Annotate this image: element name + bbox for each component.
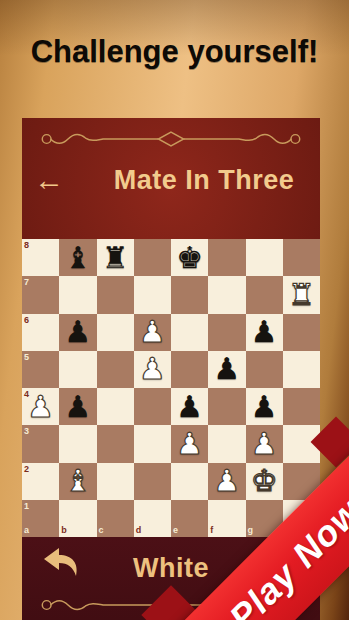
square-f8[interactable] (208, 239, 245, 276)
square-c5[interactable] (97, 351, 134, 388)
square-d2[interactable] (134, 463, 171, 500)
square-a7[interactable]: 7 (22, 276, 59, 313)
square-e2[interactable] (171, 463, 208, 500)
square-a3[interactable]: 3 (22, 425, 59, 462)
square-g4[interactable]: ♟ (246, 388, 283, 425)
file-label-d: d (136, 526, 142, 535)
square-e8[interactable]: ♚ (171, 239, 208, 276)
white-pawn[interactable]: ♟ (208, 463, 245, 500)
square-c6[interactable] (97, 314, 134, 351)
square-a2[interactable]: 2 (22, 463, 59, 500)
white-king[interactable]: ♚ (246, 463, 283, 500)
square-h6[interactable] (283, 314, 320, 351)
square-e7[interactable] (171, 276, 208, 313)
decorative-flourish-top (35, 126, 307, 152)
square-b1[interactable]: b (59, 500, 96, 537)
square-e6[interactable] (171, 314, 208, 351)
rank-label-3: 3 (24, 427, 29, 436)
square-a5[interactable]: 5 (22, 351, 59, 388)
square-f4[interactable] (208, 388, 245, 425)
black-pawn[interactable]: ♟ (208, 351, 245, 388)
square-g2[interactable]: ♚ (246, 463, 283, 500)
square-b2[interactable]: ♝ (59, 463, 96, 500)
square-d1[interactable]: d (134, 500, 171, 537)
chess-board: 8♝♜♚7♜6♟♟♟5♟♟4♟♟♟♟3♟♟2♝♟♚1abcdefgh (22, 239, 320, 537)
square-g3[interactable]: ♟ (246, 425, 283, 462)
square-f1[interactable]: f (208, 500, 245, 537)
page-title: Mate In Three (78, 165, 308, 196)
black-pawn[interactable]: ♟ (59, 388, 96, 425)
square-d6[interactable]: ♟ (134, 314, 171, 351)
white-pawn[interactable]: ♟ (22, 388, 59, 425)
black-rook[interactable]: ♜ (97, 239, 134, 276)
black-bishop[interactable]: ♝ (59, 239, 96, 276)
square-d8[interactable] (134, 239, 171, 276)
square-g5[interactable] (246, 351, 283, 388)
file-label-b: b (61, 526, 67, 535)
square-b6[interactable]: ♟ (59, 314, 96, 351)
square-d7[interactable] (134, 276, 171, 313)
rank-label-1: 1 (24, 502, 29, 511)
square-a1[interactable]: 1a (22, 500, 59, 537)
white-pawn[interactable]: ♟ (171, 425, 208, 462)
square-f2[interactable]: ♟ (208, 463, 245, 500)
square-c7[interactable] (97, 276, 134, 313)
file-label-e: e (173, 526, 178, 535)
square-g7[interactable] (246, 276, 283, 313)
rank-label-6: 6 (24, 316, 29, 325)
file-label-g: g (248, 526, 254, 535)
rank-label-2: 2 (24, 465, 29, 474)
square-h4[interactable] (283, 388, 320, 425)
square-b4[interactable]: ♟ (59, 388, 96, 425)
app-header: ← Mate In Three (22, 154, 320, 206)
square-a4[interactable]: 4♟ (22, 388, 59, 425)
white-pawn[interactable]: ♟ (134, 314, 171, 351)
square-d5[interactable]: ♟ (134, 351, 171, 388)
black-pawn[interactable]: ♟ (246, 314, 283, 351)
square-a6[interactable]: 6 (22, 314, 59, 351)
square-f6[interactable] (208, 314, 245, 351)
rank-label-8: 8 (24, 241, 29, 250)
square-c2[interactable] (97, 463, 134, 500)
square-c1[interactable]: c (97, 500, 134, 537)
square-g8[interactable] (246, 239, 283, 276)
rank-label-5: 5 (24, 353, 29, 362)
black-pawn[interactable]: ♟ (59, 314, 96, 351)
square-b7[interactable] (59, 276, 96, 313)
square-b5[interactable] (59, 351, 96, 388)
square-h5[interactable] (283, 351, 320, 388)
white-pawn[interactable]: ♟ (134, 351, 171, 388)
black-king[interactable]: ♚ (171, 239, 208, 276)
black-pawn[interactable]: ♟ (246, 388, 283, 425)
white-pawn[interactable]: ♟ (246, 425, 283, 462)
black-pawn[interactable]: ♟ (171, 388, 208, 425)
square-a8[interactable]: 8 (22, 239, 59, 276)
square-e4[interactable]: ♟ (171, 388, 208, 425)
file-label-a: a (24, 526, 29, 535)
square-e5[interactable] (171, 351, 208, 388)
square-d3[interactable] (134, 425, 171, 462)
file-label-c: c (99, 526, 104, 535)
promo-headline: Challenge yourself! (0, 34, 349, 70)
square-e3[interactable]: ♟ (171, 425, 208, 462)
square-d4[interactable] (134, 388, 171, 425)
white-rook[interactable]: ♜ (283, 276, 320, 313)
screenshot-frame: Challenge yourself! ← Mate In Three 8♝♜♚… (0, 0, 349, 620)
square-c4[interactable] (97, 388, 134, 425)
back-arrow-icon[interactable]: ← (34, 165, 78, 195)
square-c8[interactable]: ♜ (97, 239, 134, 276)
file-label-f: f (210, 526, 213, 535)
square-b3[interactable] (59, 425, 96, 462)
square-e1[interactable]: e (171, 500, 208, 537)
square-f3[interactable] (208, 425, 245, 462)
rank-label-7: 7 (24, 278, 29, 287)
square-f5[interactable]: ♟ (208, 351, 245, 388)
square-b8[interactable]: ♝ (59, 239, 96, 276)
white-bishop[interactable]: ♝ (59, 463, 96, 500)
square-f7[interactable] (208, 276, 245, 313)
square-g6[interactable]: ♟ (246, 314, 283, 351)
square-h7[interactable]: ♜ (283, 276, 320, 313)
square-c3[interactable] (97, 425, 134, 462)
square-h8[interactable] (283, 239, 320, 276)
